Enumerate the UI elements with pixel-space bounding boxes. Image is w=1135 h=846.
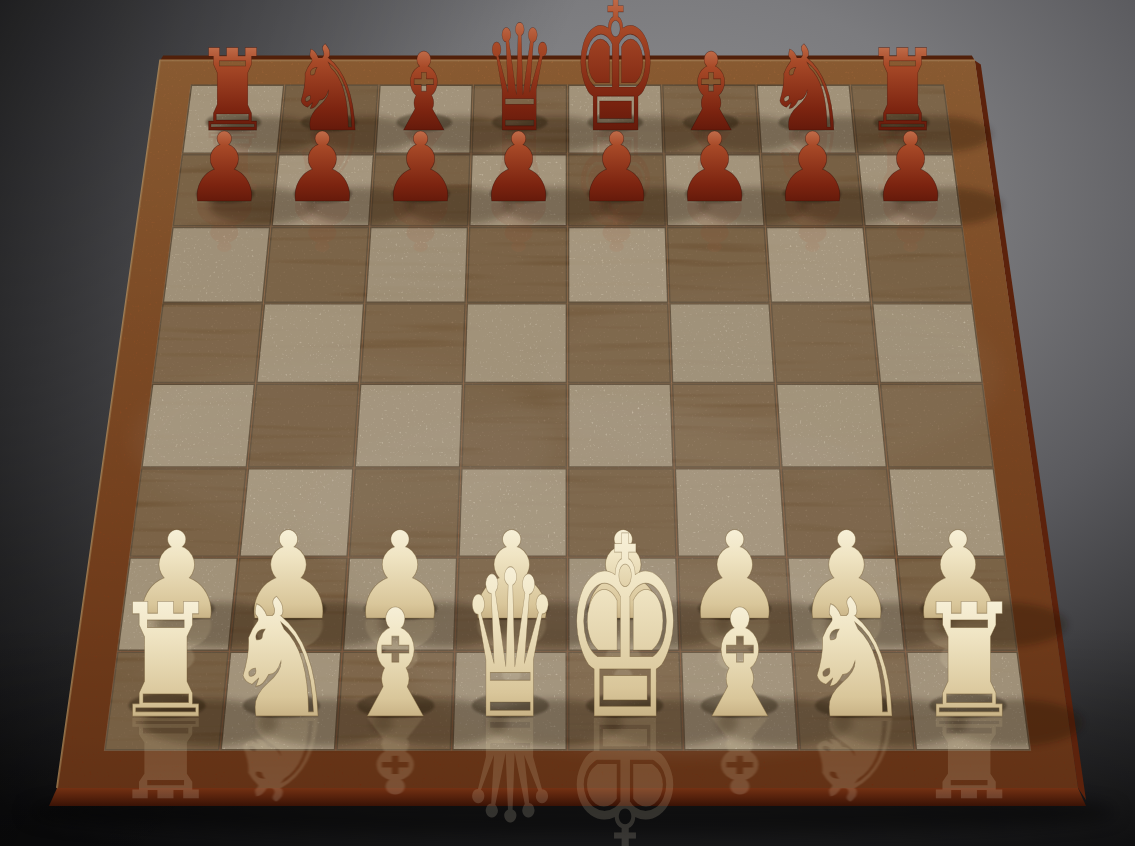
piece-black-pawn-h7[interactable]: ♟ <box>870 112 952 224</box>
piece-black-pawn-d7[interactable]: ♟ <box>478 112 560 224</box>
piece-white-bishop-f1[interactable]: ♝ <box>686 577 793 751</box>
piece-black-pawn-g7[interactable]: ♟ <box>772 112 854 224</box>
piece-white-queen-d1[interactable]: ♛ <box>460 526 561 764</box>
piece-white-knight-b1[interactable]: ♞ <box>222 563 340 754</box>
piece-white-rook-h1[interactable]: ♜ <box>916 570 1022 753</box>
scene-background: ♜♜♞♞♝♝♛♛♚♚♝♝♞♞♜♜♟♟♟♟♟♟♟♟♟♟♟♟♟♟♟♟♟♟♟♟♟♟♟♟… <box>0 0 1135 846</box>
piece-black-pawn-f7[interactable]: ♟ <box>674 112 756 224</box>
piece-black-pawn-b7[interactable]: ♟ <box>282 112 364 224</box>
piece-white-knight-g1[interactable]: ♞ <box>796 563 914 754</box>
piece-black-pawn-a7[interactable]: ♟ <box>184 112 266 224</box>
piece-white-rook-a1[interactable]: ♜ <box>113 570 219 753</box>
chessboard: ♜♜♞♞♝♝♛♛♚♚♝♝♞♞♜♜♟♟♟♟♟♟♟♟♟♟♟♟♟♟♟♟♟♟♟♟♟♟♟♟… <box>0 0 1135 846</box>
piece-white-king-e1[interactable]: ♚ <box>563 483 687 775</box>
piece-black-pawn-e7[interactable]: ♟ <box>576 112 658 224</box>
piece-white-bishop-c1[interactable]: ♝ <box>342 577 449 751</box>
piece-black-pawn-c7[interactable]: ♟ <box>380 112 462 224</box>
